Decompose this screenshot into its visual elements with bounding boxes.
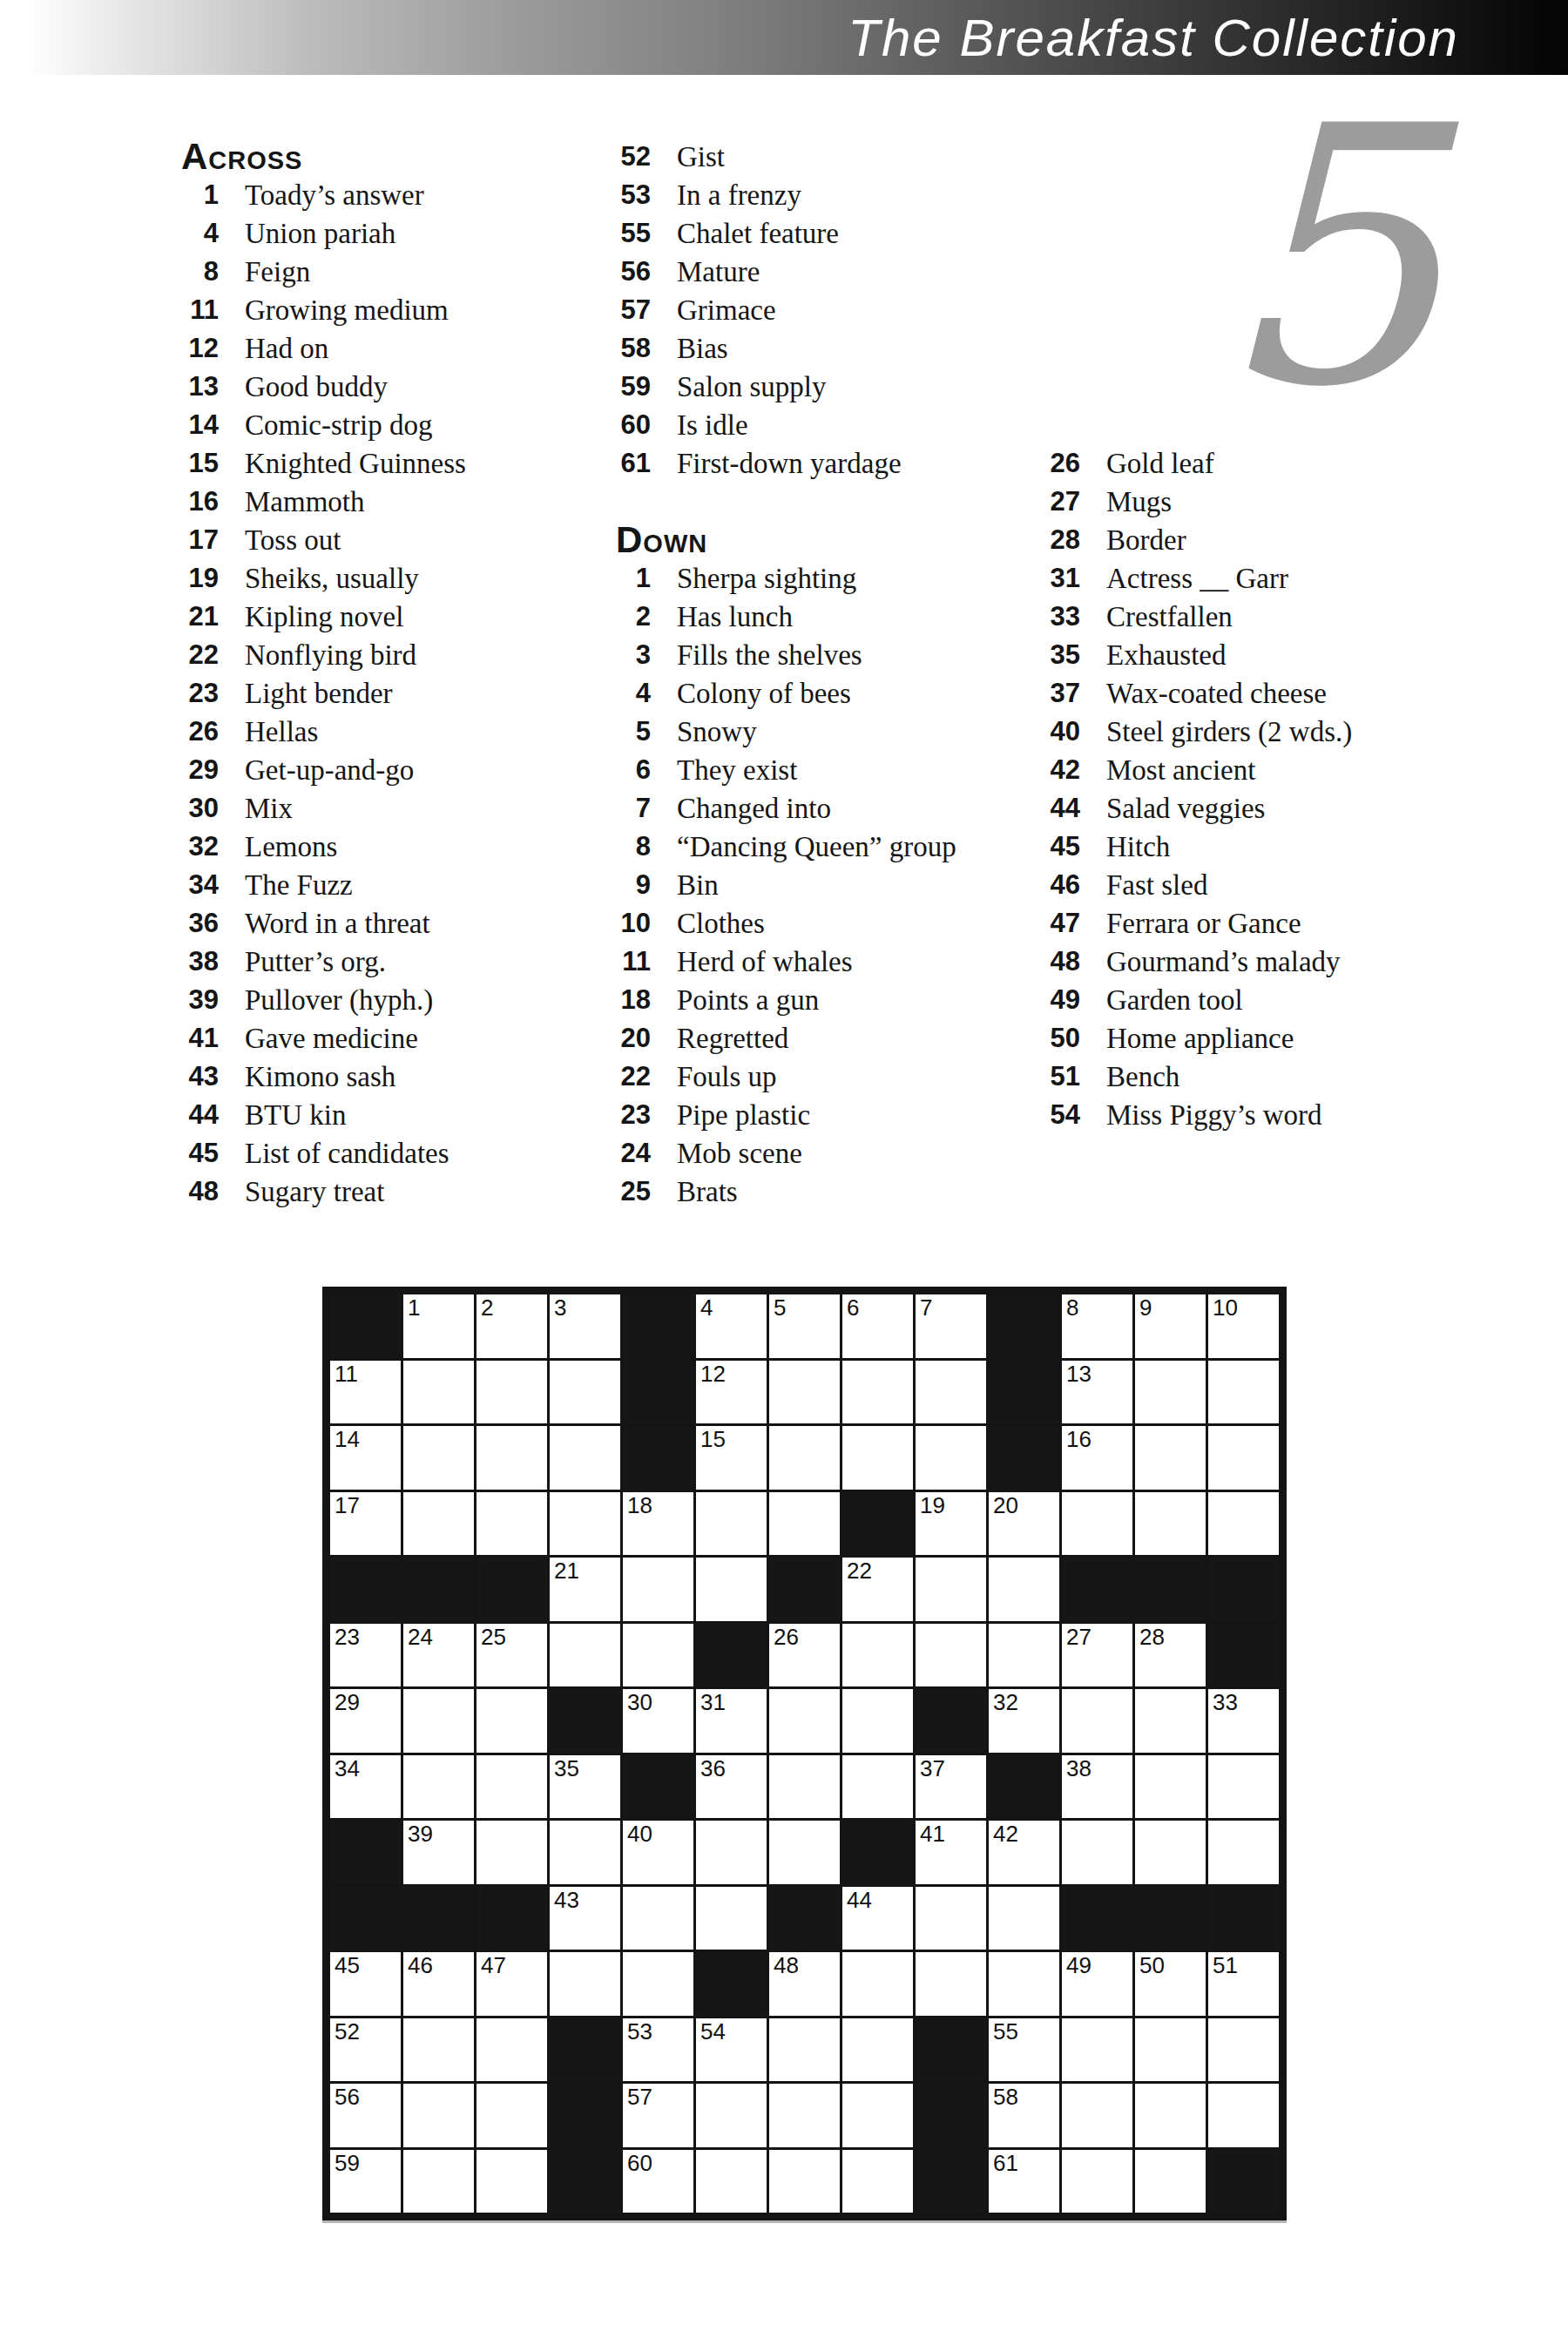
grid-cell[interactable]	[550, 1952, 620, 2016]
grid-cell-black	[550, 2084, 620, 2147]
clue-text: Snowy	[677, 713, 757, 751]
clue-text: Grimace	[677, 291, 776, 329]
clue-text: Sherpa sighting	[677, 559, 856, 598]
grid-cell[interactable]: 34	[330, 1755, 401, 1819]
grid-cell[interactable]	[1135, 2018, 1206, 2082]
grid-cell[interactable]	[476, 2084, 547, 2147]
grid-cell[interactable]: 17	[330, 1492, 401, 1556]
grid-cell[interactable]	[989, 1624, 1059, 1687]
grid-cell[interactable]: 38	[1062, 1755, 1132, 1819]
page-root: { "game": "crossword", "position": "#...…	[0, 0, 1568, 2352]
grid-cell[interactable]: 16	[1062, 1426, 1132, 1490]
clue-text: Miss Piggy’s word	[1106, 1096, 1322, 1134]
clue-row: 20Regretted	[616, 1019, 956, 1058]
clue-row: 45List of candidates	[181, 1134, 466, 1173]
grid-cell[interactable]	[769, 1821, 840, 1884]
grid-cell-black	[1062, 1887, 1132, 1950]
grid-cell-number: 38	[1066, 1756, 1092, 1782]
grid-cell[interactable]	[476, 1689, 547, 1753]
grid-cell[interactable]: 10	[1208, 1294, 1279, 1358]
clue-row: 12Had on	[181, 329, 466, 368]
clue-row: 18Points a gun	[616, 981, 956, 1019]
clue-number: 35	[1042, 636, 1080, 674]
clue-text: Toady’s answer	[245, 176, 424, 214]
grid-cell[interactable]	[1062, 1689, 1132, 1753]
grid-cell-number: 5	[774, 1295, 786, 1321]
grid-cell-black	[550, 1689, 620, 1753]
grid-cell[interactable]	[623, 1952, 693, 2016]
clue-row: 51Bench	[1042, 1058, 1352, 1096]
grid-cell[interactable]: 57	[623, 2084, 693, 2147]
grid-cell-number: 30	[627, 1690, 652, 1716]
grid-cell[interactable]	[1208, 2084, 1279, 2147]
clue-text: Growing medium	[245, 291, 449, 329]
clue-row: 7Changed into	[616, 789, 956, 828]
grid-cell[interactable]	[769, 2150, 840, 2213]
grid-cell[interactable]	[476, 2150, 547, 2213]
clue-text: Chalet feature	[677, 214, 839, 253]
grid-cell[interactable]	[916, 1361, 986, 1424]
grid-cell[interactable]: 37	[916, 1755, 986, 1819]
grid-cell[interactable]: 22	[842, 1558, 913, 1621]
grid-cell[interactable]	[769, 1492, 840, 1556]
grid-cell-black	[696, 1952, 767, 2016]
clue-number: 28	[1042, 521, 1080, 559]
clue-text: Kimono sash	[245, 1058, 395, 1096]
clue-list-header: Across	[181, 138, 466, 176]
grid-cell-number: 52	[335, 2019, 360, 2045]
clue-number: 53	[616, 176, 651, 214]
grid-cell[interactable]	[403, 2150, 474, 2213]
grid-cell[interactable]	[476, 1492, 547, 1556]
grid-cell[interactable]: 50	[1135, 1952, 1206, 2016]
clue-number: 11	[181, 291, 219, 329]
clue-row: 13Good buddy	[181, 368, 466, 406]
grid-cell-number: 28	[1139, 1625, 1165, 1651]
grid-cell[interactable]	[403, 1361, 474, 1424]
grid-cell[interactable]: 49	[1062, 1952, 1132, 2016]
grid-cell[interactable]: 55	[989, 2018, 1059, 2082]
clue-text: Pipe plastic	[677, 1096, 810, 1134]
clue-number: 43	[181, 1058, 219, 1096]
grid-cell-number: 6	[847, 1295, 859, 1321]
clue-text: BTU kin	[245, 1096, 346, 1134]
grid-cell[interactable]	[1135, 2150, 1206, 2213]
clue-number: 37	[1042, 674, 1080, 713]
grid-cell[interactable]	[696, 1492, 767, 1556]
grid-cell[interactable]: 20	[989, 1492, 1059, 1556]
grid-cell[interactable]: 56	[330, 2084, 401, 2147]
grid-cell[interactable]	[842, 1689, 913, 1753]
grid-cell[interactable]: 9	[1135, 1294, 1206, 1358]
grid-cell[interactable]	[403, 2084, 474, 2147]
clue-row: 43Kimono sash	[181, 1058, 466, 1096]
clue-row: 8“Dancing Queen” group	[616, 828, 956, 866]
grid-cell[interactable]	[916, 1887, 986, 1950]
clue-row: 54Miss Piggy’s word	[1042, 1096, 1352, 1134]
grid-cell[interactable]: 27	[1062, 1624, 1132, 1687]
grid-cell[interactable]	[842, 2084, 913, 2147]
clue-text: Garden tool	[1106, 981, 1243, 1019]
grid-cell-number: 44	[847, 1888, 872, 1914]
grid-cell[interactable]: 30	[623, 1689, 693, 1753]
right-clue-column: 26Gold leaf27Mugs28Border31Actress __ Ga…	[1042, 444, 1352, 1134]
grid-cell[interactable]: 24	[403, 1624, 474, 1687]
grid-cell-black	[1135, 1558, 1206, 1621]
clue-text: They exist	[677, 751, 797, 789]
grid-cell-number: 2	[481, 1295, 493, 1321]
grid-cell[interactable]	[1135, 1755, 1206, 1819]
clue-row: 30Mix	[181, 789, 466, 828]
clue-number: 2	[616, 598, 651, 636]
grid-cell[interactable]: 44	[842, 1887, 913, 1950]
grid-cell-black	[696, 1624, 767, 1687]
grid-cell[interactable]	[842, 2018, 913, 2082]
grid-cell[interactable]	[769, 2084, 840, 2147]
clue-number: 24	[616, 1134, 651, 1173]
clue-number: 10	[616, 904, 651, 943]
grid-cell-number: 58	[993, 2085, 1018, 2111]
grid-cell-number: 53	[627, 2019, 652, 2045]
clue-text: Changed into	[677, 789, 831, 828]
grid-cell[interactable]	[769, 1755, 840, 1819]
grid-cell[interactable]: 53	[623, 2018, 693, 2082]
clue-row: 45Hitch	[1042, 828, 1352, 866]
grid-cell[interactable]	[1208, 1821, 1279, 1884]
clue-number: 48	[1042, 943, 1080, 981]
grid-cell[interactable]	[403, 1755, 474, 1819]
grid-cell-number: 43	[554, 1888, 579, 1914]
clue-text: Pullover (hyph.)	[245, 981, 433, 1019]
clue-row: 19Sheiks, usually	[181, 559, 466, 598]
grid-cell-number: 55	[993, 2019, 1018, 2045]
grid-cell[interactable]	[916, 1624, 986, 1687]
grid-cell[interactable]	[1135, 1492, 1206, 1556]
clue-text: Mix	[245, 789, 293, 828]
clue-row: 40Steel girders (2 wds.)	[1042, 713, 1352, 751]
clue-text: Kipling novel	[245, 598, 403, 636]
grid-cell-black	[916, 2150, 986, 2213]
grid-cell-number: 8	[1066, 1295, 1078, 1321]
grid-cell[interactable]	[623, 1624, 693, 1687]
grid-cell[interactable]	[842, 1361, 913, 1424]
grid-cell[interactable]: 25	[476, 1624, 547, 1687]
grid-cell[interactable]: 51	[1208, 1952, 1279, 2016]
grid-cell[interactable]: 48	[769, 1952, 840, 2016]
clue-number: 23	[616, 1096, 651, 1134]
grid-cell[interactable]: 33	[1208, 1689, 1279, 1753]
grid-cell[interactable]: 6	[842, 1294, 913, 1358]
grid-cell[interactable]	[769, 1361, 840, 1424]
grid-cell-number: 54	[700, 2019, 726, 2045]
grid-cell[interactable]	[403, 1426, 474, 1490]
clue-number: 3	[616, 636, 651, 674]
grid-cell-black	[623, 1755, 693, 1819]
clue-number: 27	[1042, 483, 1080, 521]
grid-cell-number: 11	[335, 1362, 358, 1388]
grid-cell[interactable]	[1135, 1361, 1206, 1424]
grid-cell[interactable]	[769, 1689, 840, 1753]
grid-cell[interactable]	[696, 1887, 767, 1950]
clue-row: 31Actress __ Garr	[1042, 559, 1352, 598]
grid-cell-number: 13	[1066, 1362, 1092, 1388]
clue-row: 52Gist	[616, 138, 956, 176]
grid-cell[interactable]: 47	[476, 1952, 547, 2016]
grid-cell[interactable]: 15	[696, 1426, 767, 1490]
grid-cell[interactable]: 13	[1062, 1361, 1132, 1424]
grid-cell[interactable]	[989, 1558, 1059, 1621]
grid-cell[interactable]	[769, 2018, 840, 2082]
grid-cell[interactable]	[842, 1952, 913, 2016]
clue-row: 8Feign	[181, 253, 466, 291]
clue-text: Comic-strip dog	[245, 406, 432, 444]
grid-cell[interactable]	[476, 1821, 547, 1884]
grid-cell[interactable]	[696, 1558, 767, 1621]
grid-cell-black	[1208, 1558, 1279, 1621]
grid-cell[interactable]	[1135, 1689, 1206, 1753]
grid-cell-black	[1208, 2150, 1279, 2213]
clue-row: 16Mammoth	[181, 483, 466, 521]
grid-cell[interactable]	[842, 1755, 913, 1819]
grid-cell[interactable]	[1208, 1755, 1279, 1819]
clue-number: 60	[616, 406, 651, 444]
grid-cell[interactable]	[550, 1492, 620, 1556]
grid-cell[interactable]	[1208, 1492, 1279, 1556]
clue-text: Herd of whales	[677, 943, 853, 981]
grid-cell[interactable]: 54	[696, 2018, 767, 2082]
grid-cell[interactable]	[989, 1952, 1059, 2016]
clue-row: 6They exist	[616, 751, 956, 789]
clue-text: Fouls up	[677, 1058, 777, 1096]
grid-cell[interactable]: 2	[476, 1294, 547, 1358]
clue-text: Salon supply	[677, 368, 826, 406]
grid-cell[interactable]	[842, 2150, 913, 2213]
grid-cell[interactable]	[403, 1689, 474, 1753]
clue-number: 14	[181, 406, 219, 444]
grid-cell-number: 15	[700, 1427, 726, 1453]
clue-text: Lemons	[245, 828, 337, 866]
grid-cell[interactable]	[623, 1558, 693, 1621]
clue-row: 55Chalet feature	[616, 214, 956, 253]
grid-cell[interactable]: 41	[916, 1821, 986, 1884]
clue-text: Border	[1106, 521, 1186, 559]
grid-cell[interactable]	[696, 2084, 767, 2147]
grid-cell[interactable]: 23	[330, 1624, 401, 1687]
clue-number: 46	[1042, 866, 1080, 904]
grid-cell[interactable]	[842, 1624, 913, 1687]
clue-row: 26Hellas	[181, 713, 466, 751]
grid-cell[interactable]	[476, 1361, 547, 1424]
grid-cell[interactable]	[1208, 1361, 1279, 1424]
grid-cell-number: 56	[335, 2085, 360, 2111]
grid-cell[interactable]: 29	[330, 1689, 401, 1753]
grid-cell[interactable]	[1062, 2018, 1132, 2082]
clue-row: 1Toady’s answer	[181, 176, 466, 214]
grid-cell-black	[550, 2150, 620, 2213]
clue-text: Gave medicine	[245, 1019, 418, 1058]
grid-cell-number: 31	[700, 1690, 726, 1716]
grid-cell[interactable]: 39	[403, 1821, 474, 1884]
clue-number: 20	[616, 1019, 651, 1058]
grid-cell[interactable]	[696, 1821, 767, 1884]
grid-cell[interactable]	[403, 1492, 474, 1556]
grid-cell[interactable]: 45	[330, 1952, 401, 2016]
grid-cell[interactable]	[1135, 1426, 1206, 1490]
grid-cell[interactable]: 58	[989, 2084, 1059, 2147]
grid-cell[interactable]: 28	[1135, 1624, 1206, 1687]
grid-cell[interactable]	[769, 1426, 840, 1490]
grid-cell[interactable]: 5	[769, 1294, 840, 1358]
clue-row: 49Garden tool	[1042, 981, 1352, 1019]
grid-cell-black	[476, 1558, 547, 1621]
grid-cell[interactable]	[1135, 2084, 1206, 2147]
clue-number: 38	[181, 943, 219, 981]
clue-row: 60Is idle	[616, 406, 956, 444]
grid-cell[interactable]	[550, 1624, 620, 1687]
grid-cell-number: 33	[1213, 1690, 1238, 1716]
clue-text: Brats	[677, 1173, 738, 1211]
grid-cell[interactable]	[476, 2018, 547, 2082]
grid-cell[interactable]	[1062, 1821, 1132, 1884]
grid-cell[interactable]: 40	[623, 1821, 693, 1884]
grid-cell-number: 49	[1066, 1953, 1092, 1979]
grid-cell-number: 48	[774, 1953, 799, 1979]
grid-cell[interactable]: 43	[550, 1887, 620, 1950]
grid-cell-number: 9	[1139, 1295, 1152, 1321]
grid-cell-number: 37	[920, 1756, 945, 1782]
grid-cell-number: 25	[481, 1625, 506, 1651]
grid-cell[interactable]: 61	[989, 2150, 1059, 2213]
grid-cell[interactable]	[916, 1558, 986, 1621]
grid-cell[interactable]	[696, 2150, 767, 2213]
clue-text: Clothes	[677, 904, 765, 943]
clue-number: 9	[616, 866, 651, 904]
clue-number: 55	[616, 214, 651, 253]
clue-number: 33	[1042, 598, 1080, 636]
grid-cell[interactable]	[550, 1426, 620, 1490]
clue-text: Is idle	[677, 406, 748, 444]
grid-cell-number: 27	[1066, 1625, 1092, 1651]
clue-text: Mob scene	[677, 1134, 802, 1173]
clue-row: 57Grimace	[616, 291, 956, 329]
grid-cell[interactable]: 4	[696, 1294, 767, 1358]
grid-cell-number: 4	[700, 1295, 713, 1321]
clue-text: Mature	[677, 253, 760, 291]
grid-cell[interactable]: 26	[769, 1624, 840, 1687]
grid-cell[interactable]: 46	[403, 1952, 474, 2016]
grid-cell[interactable]	[550, 1821, 620, 1884]
grid-cell[interactable]	[1062, 1492, 1132, 1556]
clue-text: Fills the shelves	[677, 636, 862, 674]
clue-row: 53In a frenzy	[616, 176, 956, 214]
clue-text: Ferrara or Gance	[1106, 904, 1301, 943]
clue-text: Good buddy	[245, 368, 388, 406]
grid-cell-black	[842, 1492, 913, 1556]
grid-cell-black	[989, 1426, 1059, 1490]
grid-cell[interactable]: 8	[1062, 1294, 1132, 1358]
grid-cell[interactable]: 21	[550, 1558, 620, 1621]
grid-cell-number: 36	[700, 1756, 726, 1782]
grid-cell[interactable]: 12	[696, 1361, 767, 1424]
clue-number: 56	[616, 253, 651, 291]
grid-cell[interactable]	[1208, 2018, 1279, 2082]
grid-cell-number: 7	[920, 1295, 932, 1321]
grid-cell[interactable]	[916, 1952, 986, 2016]
clue-text: Mugs	[1106, 483, 1172, 521]
grid-cell-number: 17	[335, 1493, 360, 1519]
grid-cell[interactable]: 18	[623, 1492, 693, 1556]
clue-row: 37Wax-coated cheese	[1042, 674, 1352, 713]
grid-cell-black	[330, 1887, 401, 1950]
clue-text: Get-up-and-go	[245, 751, 414, 789]
clue-number: 1	[616, 559, 651, 598]
grid-cell-number: 16	[1066, 1427, 1092, 1453]
grid-cell[interactable]: 3	[550, 1294, 620, 1358]
grid-cell-black	[769, 1558, 840, 1621]
clue-number: 25	[616, 1173, 651, 1211]
grid-cell[interactable]: 52	[330, 2018, 401, 2082]
clue-number: 50	[1042, 1019, 1080, 1058]
grid-cell[interactable]	[1135, 1821, 1206, 1884]
grid-cell[interactable]: 35	[550, 1755, 620, 1819]
clue-text: Bin	[677, 866, 719, 904]
grid-cell[interactable]: 11	[330, 1361, 401, 1424]
grid-cell[interactable]: 59	[330, 2150, 401, 2213]
clue-row: 36Word in a threat	[181, 904, 466, 943]
grid-cell[interactable]: 32	[989, 1689, 1059, 1753]
grid-cell[interactable]	[476, 1426, 547, 1490]
grid-cell-number: 59	[335, 2151, 360, 2177]
clue-number: 31	[1042, 559, 1080, 598]
clue-row: 48Sugary treat	[181, 1173, 466, 1211]
grid-cell[interactable]: 42	[989, 1821, 1059, 1884]
clue-text: The Fuzz	[245, 866, 353, 904]
grid-cell[interactable]: 36	[696, 1755, 767, 1819]
grid-cell-number: 50	[1139, 1953, 1165, 1979]
grid-cell[interactable]: 60	[623, 2150, 693, 2213]
clue-text: Hitch	[1106, 828, 1170, 866]
grid-cell[interactable]: 31	[696, 1689, 767, 1753]
clue-number: 4	[181, 214, 219, 253]
grid-cell[interactable]	[476, 1755, 547, 1819]
grid-cell[interactable]	[623, 1887, 693, 1950]
grid-cell[interactable]	[403, 2018, 474, 2082]
grid-cell[interactable]: 19	[916, 1492, 986, 1556]
grid-cell[interactable]	[1208, 1426, 1279, 1490]
clue-row: 50Home appliance	[1042, 1019, 1352, 1058]
clue-row: 27Mugs	[1042, 483, 1352, 521]
clue-text: Has lunch	[677, 598, 793, 636]
clue-number: 51	[1042, 1058, 1080, 1096]
grid-cell[interactable]	[550, 1361, 620, 1424]
grid-cell[interactable]	[842, 1426, 913, 1490]
clue-text: Home appliance	[1106, 1019, 1294, 1058]
grid-cell[interactable]	[916, 1426, 986, 1490]
grid-cell[interactable]	[1062, 2150, 1132, 2213]
grid-cell[interactable]	[989, 1887, 1059, 1950]
grid-cell-black	[769, 1887, 840, 1950]
clue-row: 3Fills the shelves	[616, 636, 956, 674]
clue-row: 42Most ancient	[1042, 751, 1352, 789]
grid-cell-black	[403, 1887, 474, 1950]
grid-cell-number: 10	[1213, 1295, 1238, 1321]
grid-cell-number: 46	[408, 1953, 433, 1979]
grid-cell[interactable]: 1	[403, 1294, 474, 1358]
grid-cell-number: 21	[554, 1558, 579, 1585]
grid-cell[interactable]: 7	[916, 1294, 986, 1358]
grid-cell[interactable]	[1062, 2084, 1132, 2147]
grid-cell[interactable]: 14	[330, 1426, 401, 1490]
